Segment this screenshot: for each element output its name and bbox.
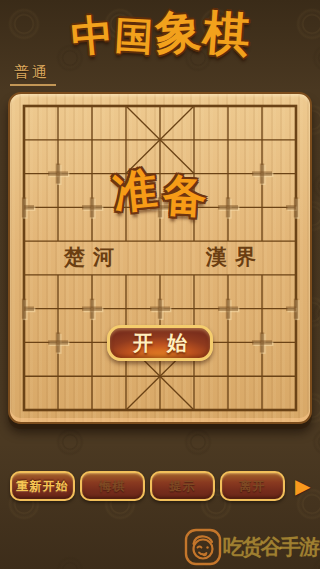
bottom-toolbar: 重新开始 悔棋 提示 离开 ▶ (10, 471, 310, 501)
leave-button[interactable]: 离开 (220, 471, 285, 501)
watermark-boy-face-icon (184, 528, 222, 566)
river-label-han-jie: 漢界 (186, 241, 276, 275)
app-background: 中国象棋 普通 楚河 漢界 准备 开始 重新开始 悔棋 提示 离开 ▶ 吃货谷手… (0, 0, 320, 569)
xiangqi-board[interactable]: 楚河 漢界 准备 开始 (8, 92, 312, 424)
game-title: 中国象棋 (0, 2, 320, 66)
title-char: 国 (113, 5, 154, 67)
start-button[interactable]: 开始 (107, 325, 213, 361)
title-char: 中 (68, 4, 115, 67)
restart-button[interactable]: 重新开始 (10, 471, 75, 501)
title-char: 棋 (200, 2, 251, 65)
leave-button-label: 离开 (240, 478, 266, 495)
watermark: 吃货谷手游 (184, 528, 318, 566)
title-char: 象 (152, 0, 202, 63)
river-label-chu-he: 楚河 (44, 241, 134, 275)
hint-button-label: 提示 (170, 478, 196, 495)
watermark-text: 吃货谷手游 (223, 533, 318, 561)
difficulty-label[interactable]: 普通 (10, 63, 56, 86)
hint-button[interactable]: 提示 (150, 471, 215, 501)
toolbar-expand-arrow-icon[interactable]: ▶ (295, 471, 310, 501)
restart-button-label: 重新开始 (17, 478, 69, 495)
undo-move-button-label: 悔棋 (100, 478, 126, 495)
undo-move-button[interactable]: 悔棋 (80, 471, 145, 501)
